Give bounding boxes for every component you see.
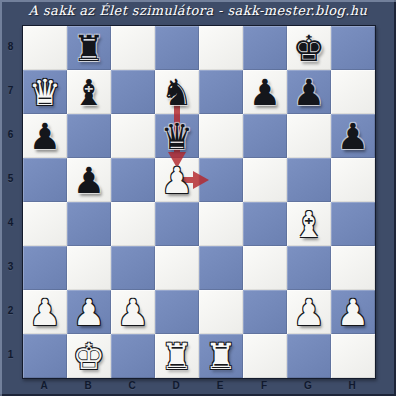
square-f7[interactable]: ♟ <box>243 70 287 114</box>
square-h6[interactable]: ♟ <box>331 114 375 158</box>
square-d7[interactable]: ♞ <box>155 70 199 114</box>
square-e4[interactable] <box>199 202 243 246</box>
square-c2[interactable]: ♟ <box>111 290 155 334</box>
square-c8[interactable] <box>111 26 155 70</box>
square-g6[interactable] <box>287 114 331 158</box>
square-g8[interactable]: ♚ <box>287 26 331 70</box>
square-e3[interactable] <box>199 246 243 290</box>
square-e7[interactable] <box>199 70 243 114</box>
file-label-h: H <box>330 378 374 394</box>
square-e1[interactable]: ♜ <box>199 334 243 378</box>
square-f3[interactable] <box>243 246 287 290</box>
square-e6[interactable] <box>199 114 243 158</box>
square-a3[interactable] <box>23 246 67 290</box>
square-a4[interactable] <box>23 202 67 246</box>
square-a1[interactable] <box>23 334 67 378</box>
piece-black-rook[interactable]: ♜ <box>67 26 111 70</box>
square-d3[interactable] <box>155 246 199 290</box>
square-g2[interactable]: ♟ <box>287 290 331 334</box>
square-h7[interactable] <box>331 70 375 114</box>
square-c7[interactable] <box>111 70 155 114</box>
rank-label-1: 1 <box>0 333 21 377</box>
square-f6[interactable] <box>243 114 287 158</box>
square-g7[interactable]: ♟ <box>287 70 331 114</box>
rank-label-3: 3 <box>0 245 21 289</box>
piece-white-pawn[interactable]: ♟ <box>111 290 155 334</box>
rank-label-4: 4 <box>0 201 21 245</box>
piece-black-bishop[interactable]: ♝ <box>67 70 111 114</box>
piece-black-queen[interactable]: ♛ <box>155 114 199 158</box>
square-f5[interactable] <box>243 158 287 202</box>
square-e8[interactable] <box>199 26 243 70</box>
square-h5[interactable] <box>331 158 375 202</box>
square-d5[interactable]: ♟ <box>155 158 199 202</box>
file-label-c: C <box>110 378 154 394</box>
square-h8[interactable] <box>331 26 375 70</box>
square-f2[interactable] <box>243 290 287 334</box>
square-h2[interactable]: ♟ <box>331 290 375 334</box>
square-d4[interactable] <box>155 202 199 246</box>
square-a8[interactable] <box>23 26 67 70</box>
piece-white-rook[interactable]: ♜ <box>199 334 243 378</box>
square-b4[interactable] <box>67 202 111 246</box>
piece-white-pawn[interactable]: ♟ <box>23 290 67 334</box>
rank-label-8: 8 <box>0 25 21 69</box>
square-b1[interactable]: ♚ <box>67 334 111 378</box>
square-g1[interactable] <box>287 334 331 378</box>
square-g3[interactable] <box>287 246 331 290</box>
piece-white-queen[interactable]: ♛ <box>23 70 67 114</box>
piece-white-king[interactable]: ♚ <box>67 334 111 378</box>
square-b2[interactable]: ♟ <box>67 290 111 334</box>
chess-board: ♜♚♛♝♞♟♟♟♛♟♟♟♝♟♟♟♟♟♚♜♜ <box>22 25 376 379</box>
square-b6[interactable] <box>67 114 111 158</box>
square-b8[interactable]: ♜ <box>67 26 111 70</box>
square-e2[interactable] <box>199 290 243 334</box>
piece-white-bishop[interactable]: ♝ <box>287 202 331 246</box>
square-d1[interactable]: ♜ <box>155 334 199 378</box>
square-h1[interactable] <box>331 334 375 378</box>
square-f1[interactable] <box>243 334 287 378</box>
square-c1[interactable] <box>111 334 155 378</box>
rank-label-6: 6 <box>0 113 21 157</box>
piece-white-rook[interactable]: ♜ <box>155 334 199 378</box>
window-frame: { "title": "A sakk az Élet szimulátora -… <box>0 0 396 396</box>
piece-black-king[interactable]: ♚ <box>287 26 331 70</box>
piece-black-pawn[interactable]: ♟ <box>287 70 331 114</box>
square-g5[interactable] <box>287 158 331 202</box>
piece-white-pawn[interactable]: ♟ <box>287 290 331 334</box>
square-e5[interactable] <box>199 158 243 202</box>
square-d8[interactable] <box>155 26 199 70</box>
file-label-b: B <box>66 378 110 394</box>
square-b5[interactable]: ♟ <box>67 158 111 202</box>
piece-white-pawn[interactable]: ♟ <box>67 290 111 334</box>
square-c5[interactable] <box>111 158 155 202</box>
square-h3[interactable] <box>331 246 375 290</box>
square-c6[interactable] <box>111 114 155 158</box>
file-label-g: G <box>286 378 330 394</box>
square-f8[interactable] <box>243 26 287 70</box>
piece-black-pawn[interactable]: ♟ <box>67 158 111 202</box>
file-label-d: D <box>154 378 198 394</box>
square-b7[interactable]: ♝ <box>67 70 111 114</box>
piece-white-pawn[interactable]: ♟ <box>331 290 375 334</box>
square-g4[interactable]: ♝ <box>287 202 331 246</box>
page-title: A sakk az Élet szimulátora - sakk-mester… <box>0 3 396 18</box>
file-label-f: F <box>242 378 286 394</box>
piece-black-pawn[interactable]: ♟ <box>331 114 375 158</box>
piece-white-pawn[interactable]: ♟ <box>155 158 199 202</box>
square-a7[interactable]: ♛ <box>23 70 67 114</box>
square-d2[interactable] <box>155 290 199 334</box>
square-c4[interactable] <box>111 202 155 246</box>
file-label-e: E <box>198 378 242 394</box>
square-a5[interactable] <box>23 158 67 202</box>
square-c3[interactable] <box>111 246 155 290</box>
piece-black-pawn[interactable]: ♟ <box>23 114 67 158</box>
square-a6[interactable]: ♟ <box>23 114 67 158</box>
square-f4[interactable] <box>243 202 287 246</box>
square-b3[interactable] <box>67 246 111 290</box>
rank-label-7: 7 <box>0 69 21 113</box>
file-label-a: A <box>22 378 66 394</box>
rank-label-5: 5 <box>0 157 21 201</box>
square-a2[interactable]: ♟ <box>23 290 67 334</box>
square-h4[interactable] <box>331 202 375 246</box>
piece-black-pawn[interactable]: ♟ <box>243 70 287 114</box>
piece-black-knight[interactable]: ♞ <box>155 70 199 114</box>
rank-label-2: 2 <box>0 289 21 333</box>
square-d6[interactable]: ♛ <box>155 114 199 158</box>
